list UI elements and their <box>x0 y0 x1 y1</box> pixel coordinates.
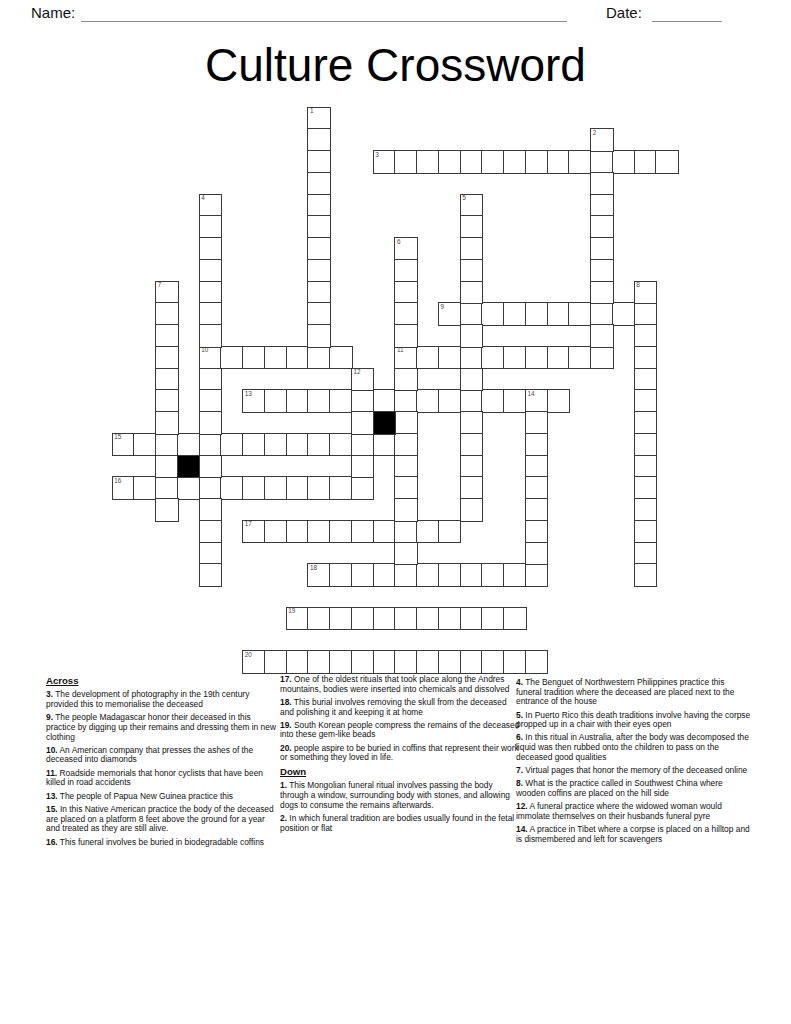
grid-cell[interactable] <box>438 389 461 412</box>
grid-cell[interactable] <box>460 237 483 260</box>
grid-cell[interactable] <box>242 433 265 456</box>
grid-cell[interactable] <box>286 389 309 412</box>
grid-cell[interactable] <box>177 476 200 499</box>
grid-cell[interactable] <box>199 368 222 391</box>
grid-cell[interactable] <box>329 476 352 499</box>
clue-number: 14. <box>516 824 528 834</box>
grid-cell[interactable] <box>590 259 613 282</box>
cell-number: 17 <box>245 521 252 527</box>
grid-cell[interactable] <box>525 650 548 673</box>
clue-section-header: Down <box>280 767 520 778</box>
grid-cell[interactable]: 12 <box>351 368 374 391</box>
grid-cell[interactable] <box>373 389 396 412</box>
grid-cell[interactable] <box>438 650 461 673</box>
grid-cell[interactable] <box>199 281 222 304</box>
grid-cell[interactable] <box>351 476 374 499</box>
grid-cell[interactable]: 5 <box>460 194 483 217</box>
grid-cell[interactable] <box>590 172 613 195</box>
grid-cell[interactable] <box>394 520 417 543</box>
grid-cell[interactable] <box>373 520 396 543</box>
name-label: Name: <box>31 4 75 21</box>
clue-item: 16. This funeral involves be buried in b… <box>46 838 279 848</box>
clue-column-across: Across3. The development of photography … <box>46 676 279 851</box>
grid-cell[interactable] <box>460 215 483 238</box>
grid-cell[interactable] <box>655 150 678 173</box>
grid-cell[interactable] <box>394 498 417 521</box>
grid-cell[interactable] <box>460 150 483 173</box>
cell-number: 20 <box>245 652 252 658</box>
grid-cell[interactable] <box>547 150 570 173</box>
grid-cell[interactable] <box>481 607 504 630</box>
cell-number: 3 <box>375 152 379 158</box>
grid-cell[interactable] <box>416 150 439 173</box>
clue-section-header: Across <box>46 676 279 687</box>
grid-cell[interactable] <box>416 650 439 673</box>
grid-cell[interactable] <box>460 346 483 369</box>
date-label: Date: <box>606 4 642 21</box>
clue-item: 14. A practice in Tibet where a corpse i… <box>516 825 752 844</box>
clue-item: 3. The development of photography in the… <box>46 690 279 709</box>
grid-cell[interactable] <box>307 389 330 412</box>
cell-number: 15 <box>114 434 121 440</box>
grid-cell[interactable] <box>634 368 657 391</box>
grid-cell[interactable] <box>155 302 178 325</box>
grid-cell[interactable] <box>612 302 635 325</box>
cell-number: 2 <box>593 130 597 136</box>
grid-cell[interactable] <box>590 302 613 325</box>
grid-cell[interactable] <box>634 411 657 434</box>
grid-cell[interactable] <box>503 302 526 325</box>
grid-cell[interactable] <box>568 150 591 173</box>
grid-cell[interactable] <box>634 302 657 325</box>
clue-item: 2. In which funeral tradition are bodies… <box>280 814 520 833</box>
grid-cell[interactable] <box>264 389 287 412</box>
clue-number: 9. <box>46 712 53 722</box>
grid-cell[interactable] <box>373 650 396 673</box>
grid-cell[interactable] <box>307 476 330 499</box>
grid-cell[interactable] <box>199 520 222 543</box>
grid-cell[interactable] <box>373 607 396 630</box>
grid-cell[interactable]: 10 <box>199 346 222 369</box>
grid-cell[interactable] <box>416 520 439 543</box>
grid-cell[interactable] <box>481 389 504 412</box>
grid-cell[interactable] <box>220 346 243 369</box>
grid-cell[interactable] <box>634 476 657 499</box>
clue-number: 10. <box>46 745 58 755</box>
clue-number: 12. <box>516 801 528 811</box>
grid-cell[interactable] <box>590 346 613 369</box>
grid-cell[interactable] <box>460 411 483 434</box>
grid-cell[interactable] <box>438 607 461 630</box>
grid-cell[interactable] <box>634 455 657 478</box>
grid-cell[interactable] <box>634 520 657 543</box>
grid-cell[interactable] <box>525 150 548 173</box>
grid-cell[interactable] <box>460 389 483 412</box>
clue-item: 13. The people of Papua New Guinea pract… <box>46 792 279 802</box>
grid-cell[interactable] <box>503 607 526 630</box>
grid-cell[interactable] <box>460 498 483 521</box>
grid-cell[interactable] <box>329 563 352 586</box>
grid-cell[interactable] <box>394 563 417 586</box>
grid-cell[interactable] <box>590 150 613 173</box>
clue-number: 7. <box>516 765 523 775</box>
clue-number: 1. <box>280 780 287 790</box>
grid-cell[interactable] <box>155 324 178 347</box>
grid-cell[interactable]: 9 <box>438 302 461 325</box>
grid-cell[interactable] <box>503 650 526 673</box>
grid-cell[interactable]: 17 <box>242 520 265 543</box>
grid-cell[interactable] <box>307 215 330 238</box>
grid-cell[interactable] <box>155 346 178 369</box>
grid-cell[interactable]: 2 <box>590 128 613 151</box>
grid-cell[interactable] <box>438 563 461 586</box>
grid-cell[interactable] <box>199 324 222 347</box>
grid-cell[interactable] <box>351 389 374 412</box>
grid-cell[interactable] <box>199 411 222 434</box>
grid-cell[interactable]: 16 <box>112 476 135 499</box>
grid-cell[interactable] <box>525 542 548 565</box>
clue-item: 10. An American company that presses the… <box>46 746 279 765</box>
grid-cell[interactable] <box>503 389 526 412</box>
grid-cell[interactable]: 8 <box>634 281 657 304</box>
grid-cell[interactable] <box>394 650 417 673</box>
grid-cell[interactable] <box>329 650 352 673</box>
cell-number: 8 <box>636 282 640 288</box>
grid-cell[interactable] <box>133 433 156 456</box>
grid-cell[interactable] <box>394 476 417 499</box>
grid-cell[interactable] <box>460 433 483 456</box>
grid-cell[interactable] <box>416 563 439 586</box>
black-cell <box>177 455 200 478</box>
grid-cell[interactable] <box>220 476 243 499</box>
grid-cell[interactable] <box>177 433 200 456</box>
grid-cell[interactable] <box>394 302 417 325</box>
grid-cell[interactable] <box>286 346 309 369</box>
cell-number: 18 <box>310 565 317 571</box>
grid-cell[interactable] <box>568 346 591 369</box>
grid-cell[interactable] <box>286 433 309 456</box>
grid-cell[interactable]: 18 <box>307 563 330 586</box>
grid-cell[interactable] <box>199 542 222 565</box>
grid-cell[interactable] <box>481 650 504 673</box>
grid-cell[interactable] <box>460 281 483 304</box>
clue-item: 12. A funeral practice where the widowed… <box>516 802 752 821</box>
cell-number: 6 <box>397 239 401 245</box>
grid-cell[interactable] <box>307 520 330 543</box>
cell-number: 13 <box>245 391 252 397</box>
grid-cell[interactable] <box>460 368 483 391</box>
grid-cell[interactable] <box>220 433 243 456</box>
clue-number: 2. <box>280 813 287 823</box>
grid-cell[interactable] <box>373 563 396 586</box>
clue-item: 20. people aspire to be buried in coffin… <box>280 744 520 763</box>
grid-cell[interactable] <box>329 433 352 456</box>
cell-number: 14 <box>528 391 535 397</box>
grid-cell[interactable] <box>351 607 374 630</box>
grid-cell[interactable] <box>525 476 548 499</box>
grid-cell[interactable] <box>286 520 309 543</box>
grid-cell[interactable] <box>199 302 222 325</box>
grid-cell[interactable]: 13 <box>242 389 265 412</box>
grid-cell[interactable] <box>503 563 526 586</box>
grid-cell[interactable] <box>307 128 330 151</box>
black-cell <box>373 411 396 434</box>
grid-cell[interactable] <box>155 411 178 434</box>
grid-cell[interactable] <box>525 302 548 325</box>
grid-cell[interactable] <box>460 563 483 586</box>
grid-cell[interactable] <box>394 607 417 630</box>
grid-cell[interactable] <box>416 389 439 412</box>
grid-cell[interactable] <box>460 476 483 499</box>
grid-cell[interactable] <box>394 324 417 347</box>
grid-cell[interactable] <box>199 389 222 412</box>
grid-cell[interactable] <box>481 150 504 173</box>
grid-cell[interactable]: 20 <box>242 650 265 673</box>
grid-cell[interactable]: 15 <box>112 433 135 456</box>
grid-cell[interactable] <box>590 324 613 347</box>
grid-cell[interactable]: 3 <box>373 150 396 173</box>
cell-number: 5 <box>462 195 466 201</box>
grid-cell[interactable]: 6 <box>394 237 417 260</box>
grid-cell[interactable] <box>460 259 483 282</box>
grid-cell[interactable] <box>438 520 461 543</box>
grid-cell[interactable] <box>286 650 309 673</box>
cell-number: 12 <box>354 369 361 375</box>
grid-cell[interactable] <box>590 237 613 260</box>
grid-cell[interactable] <box>199 455 222 478</box>
grid-cell[interactable] <box>351 563 374 586</box>
grid-cell[interactable] <box>634 542 657 565</box>
grid-cell[interactable] <box>307 324 330 347</box>
grid-cell[interactable] <box>612 150 635 173</box>
grid-cell[interactable]: 19 <box>286 607 309 630</box>
clue-item: 19. South Korean people compress the rem… <box>280 721 520 740</box>
clue-item: 7. Virtual pages that honor the memory o… <box>516 766 752 776</box>
grid-cell[interactable] <box>547 346 570 369</box>
clue-number: 8. <box>516 778 523 788</box>
grid-cell[interactable] <box>525 563 548 586</box>
grid-cell[interactable] <box>634 346 657 369</box>
grid-cell[interactable] <box>460 650 483 673</box>
grid-cell[interactable] <box>416 346 439 369</box>
clue-number: 18. <box>280 697 292 707</box>
grid-cell[interactable] <box>525 411 548 434</box>
clue-number: 19. <box>280 720 292 730</box>
grid-cell[interactable] <box>329 520 352 543</box>
clue-column-middle: 17. One of the oldest rituals that took … <box>280 675 520 837</box>
grid-cell[interactable]: 14 <box>525 389 548 412</box>
grid-cell[interactable] <box>307 607 330 630</box>
grid-cell[interactable] <box>307 346 330 369</box>
cell-number: 10 <box>201 347 208 353</box>
grid-cell[interactable] <box>199 433 222 456</box>
clue-number: 17. <box>280 674 292 684</box>
grid-cell[interactable] <box>307 194 330 217</box>
grid-cell[interactable] <box>438 346 461 369</box>
clue-item: 4. The Benguet of Northwestern Philippin… <box>516 678 752 707</box>
grid-cell[interactable] <box>307 281 330 304</box>
clue-column-down: 4. The Benguet of Northwestern Philippin… <box>516 678 752 848</box>
clue-number: 4. <box>516 677 523 687</box>
grid-cell[interactable] <box>286 476 309 499</box>
cell-number: 4 <box>201 195 205 201</box>
grid-cell[interactable] <box>329 607 352 630</box>
grid-cell[interactable] <box>199 563 222 586</box>
grid-cell[interactable] <box>307 302 330 325</box>
grid-cell[interactable] <box>329 389 352 412</box>
grid-cell[interactable] <box>373 433 396 456</box>
grid-cell[interactable] <box>155 389 178 412</box>
grid-cell[interactable] <box>416 607 439 630</box>
name-blank-line[interactable] <box>81 2 567 22</box>
grid-cell[interactable] <box>351 433 374 456</box>
grid-cell[interactable] <box>438 150 461 173</box>
grid-cell[interactable] <box>155 368 178 391</box>
grid-cell[interactable] <box>590 215 613 238</box>
clue-item: 1. This Mongolian funeral ritual involve… <box>280 781 520 810</box>
grid-cell[interactable] <box>155 433 178 456</box>
clue-number: 16. <box>46 837 58 847</box>
grid-cell[interactable]: 7 <box>155 281 178 304</box>
clue-number: 11. <box>46 768 57 778</box>
grid-cell[interactable] <box>242 346 265 369</box>
grid-cell[interactable] <box>264 650 287 673</box>
clue-item: 8. What is the practice called in Southw… <box>516 779 752 798</box>
grid-cell[interactable] <box>481 302 504 325</box>
grid-cell[interactable] <box>307 650 330 673</box>
clue-number: 5. <box>516 710 523 720</box>
page-title: Culture Crossword <box>0 38 791 92</box>
grid-cell[interactable] <box>460 455 483 478</box>
grid-cell[interactable] <box>460 324 483 347</box>
grid-cell[interactable] <box>394 281 417 304</box>
grid-cell[interactable] <box>133 476 156 499</box>
grid-cell[interactable]: 1 <box>307 107 330 130</box>
grid-cell[interactable] <box>307 172 330 195</box>
grid-cell[interactable] <box>199 237 222 260</box>
clue-item: 15. In this Native American practice the… <box>46 805 279 834</box>
grid-cell[interactable] <box>634 563 657 586</box>
grid-cell[interactable] <box>199 498 222 521</box>
grid-cell[interactable] <box>634 433 657 456</box>
grid-cell[interactable] <box>460 607 483 630</box>
grid-cell[interactable] <box>264 346 287 369</box>
clue-item: 9. The people Madagascar honor their dec… <box>46 713 279 742</box>
grid-cell[interactable] <box>525 433 548 456</box>
grid-cell[interactable] <box>199 259 222 282</box>
grid-cell[interactable] <box>525 346 548 369</box>
clue-number: 20. <box>280 743 292 753</box>
grid-cell[interactable] <box>264 520 287 543</box>
grid-cell[interactable] <box>307 433 330 456</box>
grid-cell[interactable] <box>199 476 222 499</box>
grid-cell[interactable] <box>525 520 548 543</box>
cell-number: 19 <box>288 608 295 614</box>
grid-cell[interactable] <box>568 302 591 325</box>
clue-number: 15. <box>46 804 58 814</box>
grid-cell[interactable] <box>307 237 330 260</box>
clue-number: 6. <box>516 732 523 742</box>
grid-cell[interactable] <box>634 150 657 173</box>
clue-item: 5. In Puerto Rico this death traditions … <box>516 711 752 730</box>
grid-cell[interactable] <box>394 542 417 565</box>
clue-number: 3. <box>46 689 53 699</box>
grid-cell[interactable] <box>351 455 374 478</box>
grid-cell[interactable] <box>590 194 613 217</box>
cell-number: 16 <box>114 478 121 484</box>
grid-cell[interactable]: 4 <box>199 194 222 217</box>
cell-number: 9 <box>441 304 445 310</box>
grid-cell[interactable] <box>155 476 178 499</box>
grid-cell[interactable] <box>394 389 417 412</box>
grid-cell[interactable] <box>525 455 548 478</box>
clue-item: 11. Roadside memorials that honor cyclis… <box>46 769 279 788</box>
grid-cell[interactable] <box>394 455 417 478</box>
cell-number: 11 <box>397 347 404 353</box>
grid-cell[interactable] <box>634 389 657 412</box>
grid-cell[interactable] <box>394 433 417 456</box>
cell-number: 1 <box>310 108 314 114</box>
grid-cell[interactable] <box>481 563 504 586</box>
grid-cell[interactable] <box>460 302 483 325</box>
grid-cell[interactable] <box>155 498 178 521</box>
grid-cell[interactable] <box>199 215 222 238</box>
grid-cell[interactable] <box>351 650 374 673</box>
grid-cell[interactable] <box>264 476 287 499</box>
grid-cell[interactable] <box>503 346 526 369</box>
grid-cell[interactable] <box>634 498 657 521</box>
grid-cell[interactable] <box>590 281 613 304</box>
date-blank-line[interactable] <box>652 2 722 22</box>
grid-cell[interactable]: 11 <box>394 346 417 369</box>
clue-item: 18. This burial involves removing the sk… <box>280 698 520 717</box>
grid-cell[interactable] <box>394 150 417 173</box>
grid-cell[interactable] <box>547 302 570 325</box>
cell-number: 7 <box>158 282 162 288</box>
clue-number: 13. <box>46 791 58 801</box>
grid-cell[interactable] <box>525 498 548 521</box>
grid-cell[interactable] <box>634 324 657 347</box>
clue-item: 17. One of the oldest rituals that took … <box>280 675 520 694</box>
grid-cell[interactable] <box>242 476 265 499</box>
grid-cell[interactable] <box>394 368 417 391</box>
grid-cell[interactable] <box>394 259 417 282</box>
grid-cell[interactable] <box>503 150 526 173</box>
grid-cell[interactable] <box>329 346 352 369</box>
clue-item: 6. In this ritual in Australia, after th… <box>516 733 752 762</box>
grid-cell[interactable] <box>351 520 374 543</box>
grid-cell[interactable] <box>264 433 287 456</box>
grid-cell[interactable] <box>394 411 417 434</box>
grid-cell[interactable] <box>351 411 374 434</box>
grid-cell[interactable] <box>155 455 178 478</box>
grid-cell[interactable] <box>307 259 330 282</box>
grid-cell[interactable] <box>307 150 330 173</box>
grid-cell[interactable] <box>547 389 570 412</box>
grid-cell[interactable] <box>481 346 504 369</box>
